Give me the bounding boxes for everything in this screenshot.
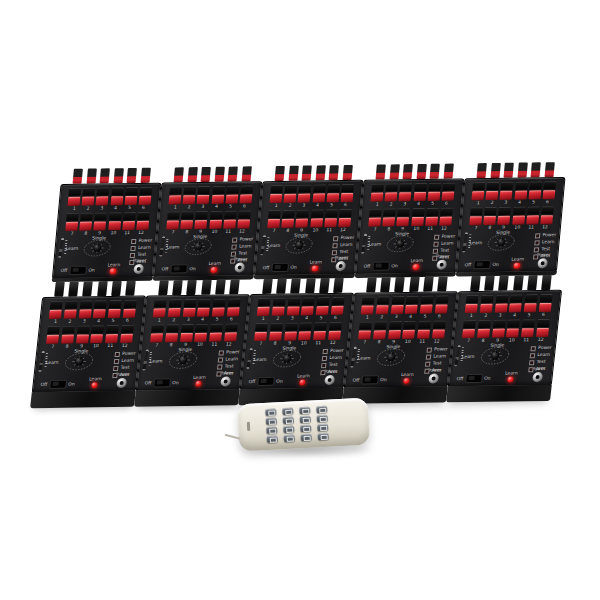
antenna <box>462 232 468 252</box>
front-panel: 1 2 3 4 5 6 7 8 9 10 11 12 <box>136 294 250 392</box>
status-led-block: Power Learn Test Arm <box>529 346 552 372</box>
terminal-clip <box>512 206 526 225</box>
led-learn: Learn <box>218 357 239 362</box>
dial-section: Single Learn Power Learn Test Arm <box>257 233 358 256</box>
front-panel: 1 2 3 4 5 6 7 8 9 10 11 12 <box>344 291 458 389</box>
terminal-clip-body <box>484 207 497 215</box>
led-label: Power <box>434 348 448 353</box>
learn-button-group: Learn <box>296 373 310 386</box>
led-indicator-icon <box>531 346 537 351</box>
terminal-clip-rear <box>68 282 79 297</box>
terminal-clip-body <box>302 297 315 305</box>
terminal-clip <box>209 210 223 229</box>
terminal-clip <box>358 320 372 339</box>
terminal-clip-body <box>440 208 453 216</box>
led-label: Test <box>432 362 441 367</box>
terminal-clip-rear <box>437 276 448 291</box>
terminal-clip-body <box>400 183 413 191</box>
status-led-block: Power Learn Test Arm <box>533 233 556 259</box>
terminal-clip-body <box>406 296 419 304</box>
terminal-clip-body <box>525 294 538 302</box>
terminal-clip <box>338 208 352 227</box>
terminal-row-1 <box>457 293 561 313</box>
led-test: Test <box>321 363 342 368</box>
dial-side-label: Learn <box>150 358 163 363</box>
terminal-clip-rear <box>443 164 453 179</box>
learn-button-label: Learn <box>89 376 102 381</box>
led-learn: Learn <box>333 243 354 248</box>
led-label: Test <box>541 248 550 253</box>
terminal-clip <box>180 210 194 229</box>
terminal-clip-body <box>507 319 520 327</box>
terminal-clip-lever <box>183 195 196 204</box>
power-jack <box>324 375 335 385</box>
terminal-clip-rear <box>172 280 183 295</box>
terminal-clip-rear <box>513 275 524 290</box>
led-indicator-icon <box>219 350 225 355</box>
terminal-clip-body <box>183 299 196 307</box>
status-led-block: Power Learn Test Arm <box>113 352 136 378</box>
led-label: Test <box>339 250 348 255</box>
terminal-clip-lever <box>269 194 282 203</box>
terminal-clip <box>168 298 182 317</box>
rear-terminal-strip <box>61 167 163 185</box>
learn-button <box>110 268 117 275</box>
led-test: Test <box>130 253 151 258</box>
led-indicator-icon <box>427 348 433 353</box>
mode-dial: Single Learn <box>67 236 128 259</box>
learn-button-label: Learn <box>505 370 518 375</box>
learn-button <box>211 267 218 274</box>
dial-section: Single Learn Power Learn Test Arm <box>243 346 347 370</box>
terminal-clip <box>108 211 122 230</box>
terminal-clip-rear <box>83 281 94 296</box>
terminal-clip-body <box>224 211 237 219</box>
terminal-clip <box>195 210 209 229</box>
terminal-clip-lever <box>298 194 311 203</box>
terminal-clip <box>361 295 375 314</box>
terminal-clip <box>462 319 476 338</box>
terminal-clip-lever <box>257 307 270 316</box>
terminal-clip-body <box>106 325 119 333</box>
terminal-clip-lever <box>212 307 225 316</box>
terminal-clip-body <box>282 210 295 218</box>
terminal-clip <box>227 297 241 316</box>
terminal-clip-lever <box>316 306 329 315</box>
terminal-clip-rear <box>470 276 481 291</box>
terminal-clip-rear <box>342 165 352 180</box>
led-indicator-icon <box>323 349 329 354</box>
terminal-clip-body <box>325 209 338 217</box>
led-indicator-icon <box>535 234 540 239</box>
firing-module: 1 2 3 4 5 6 7 8 9 10 11 12 <box>456 161 567 277</box>
power-jack <box>133 264 144 274</box>
terminal-clip <box>267 209 281 228</box>
dial-mode-label: Single <box>92 236 106 241</box>
terminal-clip-lever <box>313 331 326 340</box>
led-indicator-icon <box>533 255 538 260</box>
terminal-clip-lever <box>331 306 344 315</box>
terminal-clip <box>182 298 196 317</box>
dial-section: Single Learn Power Learn Test Arm <box>451 343 555 367</box>
terminal-clip-rear <box>228 167 238 182</box>
terminal-clip-lever <box>420 305 433 314</box>
terminal-clip-lever <box>197 195 210 204</box>
terminal-clip <box>298 184 312 203</box>
terminal-clip-lever <box>169 196 182 205</box>
terminal-clip-lever <box>96 197 109 206</box>
terminal-clip-rear <box>394 277 405 292</box>
led-label: Learn <box>239 245 252 250</box>
terminal-clip-lever <box>284 194 297 203</box>
terminal-clip <box>93 299 107 318</box>
terminal-row-2 <box>38 324 142 344</box>
terminal-clip <box>272 297 286 316</box>
terminal-clip-lever <box>500 191 513 200</box>
terminal-clip-rear <box>319 278 330 293</box>
terminal-clip-body <box>125 187 138 195</box>
terminal-clip-lever <box>494 304 507 313</box>
led-label: Test <box>224 365 233 370</box>
terminal-clip-rear <box>215 279 226 294</box>
terminal-clip <box>254 322 268 341</box>
terminal-clip-lever <box>528 191 541 200</box>
led-indicator-icon <box>114 359 120 364</box>
terminal-clip-body <box>92 325 105 333</box>
device-front-side <box>134 389 240 406</box>
led-label: Test <box>120 366 129 371</box>
terminal-clip-body <box>369 209 382 217</box>
terminal-clip-lever <box>272 307 285 316</box>
learn-button-label: Learn <box>208 260 221 265</box>
switch-off-label: Off <box>40 382 47 387</box>
led-indicator-icon <box>529 367 535 372</box>
terminal-clip-lever <box>209 333 222 342</box>
antenna <box>246 348 253 369</box>
learn-button-group: Learn <box>511 256 525 269</box>
terminal-clip-lever <box>82 197 95 206</box>
power-rocker-switch <box>473 260 491 269</box>
terminal-clip-body <box>268 210 281 218</box>
mode-dial: Single Learn <box>359 345 423 369</box>
terminal-clip-lever <box>373 330 386 339</box>
learn-button-label: Learn <box>410 258 423 263</box>
terminal-row-2 <box>142 322 246 342</box>
terminal-clip <box>373 320 387 339</box>
mode-dial: Single Learn <box>168 235 229 258</box>
terminal-clip-body <box>109 212 122 220</box>
led-indicator-icon <box>217 372 223 377</box>
terminal-clip <box>197 185 211 204</box>
terminal-clip <box>150 323 164 342</box>
rear-terminal-strip <box>162 165 264 183</box>
terminal-clip <box>540 205 554 224</box>
learn-button-group: Learn <box>309 259 323 272</box>
terminal-clip <box>469 206 483 225</box>
terminal-clip-body <box>240 186 253 194</box>
front-panel: 1 2 3 4 5 6 7 8 9 10 11 12 <box>254 180 364 277</box>
terminal-clip-body <box>403 321 416 329</box>
terminal-clip <box>211 185 225 204</box>
device-row-back: 1 2 3 4 5 6 7 8 9 10 11 12 <box>52 161 567 282</box>
front-panel: 1 2 3 4 5 6 7 8 9 10 11 12 <box>52 183 162 280</box>
terminal-clip-lever <box>296 219 309 228</box>
led-power: Power <box>434 235 455 240</box>
learn-button-group: Learn <box>107 262 121 275</box>
terminal-row-2 <box>259 208 360 228</box>
terminal-clip-lever <box>64 310 77 319</box>
remote-button <box>267 435 278 443</box>
terminal-clip-rear <box>187 280 198 295</box>
terminal-clip <box>331 296 345 315</box>
led-indicator-icon <box>131 246 136 251</box>
terminal-clip <box>542 180 556 199</box>
switch-off-label: Off <box>352 378 359 383</box>
terminal-clip-body <box>299 322 312 330</box>
terminal-clip-body <box>62 326 75 334</box>
led-label: Learn <box>542 241 555 246</box>
terminal-clip-body <box>198 299 211 307</box>
terminal-clip-rear <box>241 167 251 182</box>
terminal-clip-body <box>362 296 375 304</box>
terminal-clip-lever <box>506 328 519 337</box>
mode-dial: Single Learn <box>151 348 215 372</box>
antenna <box>350 347 357 368</box>
terminal-clip-body <box>181 211 194 219</box>
terminal-clip <box>120 324 134 343</box>
dial-mode-label: Single <box>282 345 296 350</box>
mode-dial: Single Learn <box>255 346 319 370</box>
led-test: Test <box>529 360 550 365</box>
rear-terminal-strip <box>146 277 252 295</box>
led-indicator-icon <box>230 259 235 264</box>
terminal-clip <box>536 318 550 337</box>
terminal-clip-lever <box>388 330 401 339</box>
front-panel: 1 2 3 4 5 6 7 8 9 10 11 12 <box>32 296 146 394</box>
terminal-clip <box>284 321 298 340</box>
terminal-clip-lever <box>61 335 74 344</box>
terminal-clip-body <box>95 213 108 221</box>
terminal-clip-lever <box>486 191 499 200</box>
led-indicator-icon <box>332 250 337 255</box>
device-row-front: 1 2 3 4 5 6 7 8 9 10 11 12 <box>30 273 564 408</box>
remote-button <box>301 434 312 442</box>
terminal-clip-lever <box>195 220 208 229</box>
terminal-clip <box>528 180 542 199</box>
terminal-clip-body <box>436 295 449 303</box>
remote-button <box>299 407 310 415</box>
terminal-clip <box>49 300 63 319</box>
terminal-clip <box>539 293 553 312</box>
terminal-clip <box>108 299 122 318</box>
terminal-clip-lever <box>514 191 527 200</box>
antenna <box>142 350 149 371</box>
power-jack <box>335 261 346 271</box>
terminal-clip-lever <box>477 329 490 338</box>
terminal-clip-body <box>154 299 167 307</box>
status-led-block: Power Learn Test Arm <box>217 350 240 376</box>
terminal-clip-lever <box>223 220 236 229</box>
terminal-clip-body <box>285 185 298 193</box>
terminal-clip <box>471 181 485 200</box>
dial-section: Single Learn Power Learn Test Arm <box>347 344 451 368</box>
dial-side-label: Learn <box>166 245 179 250</box>
terminal-clip <box>169 186 183 205</box>
led-label: Learn <box>441 242 454 247</box>
status-led-block: Power Learn Test Arm <box>230 238 253 264</box>
learn-button <box>195 380 202 387</box>
status-led-block: Power Learn Test Arm <box>129 239 152 265</box>
terminal-clip-body <box>68 188 81 196</box>
terminal-clip <box>370 183 384 202</box>
remote-button <box>300 416 311 424</box>
terminal-clip-body <box>463 320 476 328</box>
terminal-clip-lever <box>469 216 482 225</box>
switch-on-label: On <box>492 262 499 267</box>
terminal-clip-rear <box>288 166 298 181</box>
terminal-clip-body <box>543 181 556 189</box>
antenna <box>159 237 165 257</box>
terminal-clip-lever <box>123 309 136 318</box>
learn-button <box>299 379 306 386</box>
terminal-clip-rear <box>262 279 273 294</box>
terminal-clip-lever <box>368 218 381 227</box>
led-indicator-icon <box>534 248 539 253</box>
terminal-clip-body <box>391 296 404 304</box>
terminal-clip-lever <box>165 333 178 342</box>
terminal-row-1 <box>145 297 249 317</box>
terminal-clip-lever <box>166 221 179 230</box>
remote-button <box>316 406 327 414</box>
learn-button-group: Learn <box>504 370 518 383</box>
dial-side-label: Learn <box>462 354 475 359</box>
dial-mode-label: Single <box>74 348 88 353</box>
remote-button <box>317 433 328 441</box>
terminal-clip <box>269 184 283 203</box>
terminal-clip-lever <box>382 218 395 227</box>
terminal-clip-lever <box>108 221 121 230</box>
terminal-clip <box>514 181 528 200</box>
terminal-row-1 <box>463 180 564 200</box>
terminal-clip-body <box>97 188 110 196</box>
power-rocker-switch <box>170 264 188 273</box>
terminal-clip-body <box>501 182 514 190</box>
terminal-clip-rear <box>100 169 110 184</box>
terminal-clip <box>76 324 90 343</box>
terminal-clip <box>509 293 523 312</box>
terminal-clip-rear <box>403 164 413 179</box>
terminal-clip-lever <box>182 308 195 317</box>
led-power: Power <box>232 238 253 243</box>
terminal-clip <box>425 207 439 226</box>
terminal-clip-lever <box>49 310 62 319</box>
terminal-clip-rear <box>544 162 554 177</box>
led-indicator-icon <box>322 356 328 361</box>
switch-on-label: On <box>88 268 95 273</box>
terminal-clip <box>223 210 237 229</box>
terminal-clip-lever <box>90 334 103 343</box>
power-switch-group: Off On <box>161 264 196 273</box>
led-learn: Learn <box>322 356 343 361</box>
terminal-clip-body <box>311 210 324 218</box>
led-label: Learn <box>138 246 151 251</box>
terminal-clip <box>61 325 75 344</box>
terminal-row-1 <box>262 183 363 203</box>
terminal-clip-body <box>317 297 330 305</box>
power-rocker-switch <box>271 263 289 272</box>
terminal-clip-body <box>421 296 434 304</box>
status-led-block: Power Learn Test Arm <box>321 349 344 375</box>
led-indicator-icon <box>535 241 540 246</box>
learn-button <box>91 382 98 389</box>
led-indicator-icon <box>530 353 536 358</box>
terminal-clip <box>368 208 382 227</box>
led-indicator-icon <box>433 249 438 254</box>
terminal-clip-rear <box>201 280 212 295</box>
terminal-clip <box>435 294 449 313</box>
terminal-clip-lever <box>427 192 440 201</box>
terminal-clip <box>239 185 253 204</box>
firing-module: 1 2 3 4 5 6 7 8 9 10 11 12 <box>342 274 460 404</box>
firing-module: 1 2 3 4 5 6 7 8 9 10 11 12 <box>52 167 163 283</box>
terminal-clip-body <box>184 186 197 194</box>
power-switch-group: Off On <box>144 378 179 387</box>
led-test: Test <box>332 250 353 255</box>
terminal-clip-lever <box>150 333 163 342</box>
led-test: Test <box>113 366 134 371</box>
led-learn: Learn <box>434 242 455 247</box>
mode-dial: Single Learn <box>370 232 431 255</box>
remote-button <box>300 425 311 433</box>
terminal-clip <box>124 186 138 205</box>
terminal-clip-rear <box>504 163 514 178</box>
switch-off-label: Off <box>248 379 255 384</box>
led-label: Test <box>440 249 449 254</box>
led-label: Power <box>330 349 344 354</box>
switch-on-label: On <box>189 266 196 271</box>
terminal-clip <box>326 183 340 202</box>
dial-mode-label: Single <box>178 347 192 352</box>
terminal-clip <box>417 320 431 339</box>
terminal-clip-lever <box>65 222 78 231</box>
remote-button <box>266 417 277 425</box>
terminal-clip-rear <box>111 281 122 296</box>
switch-on-label: On <box>290 265 297 270</box>
status-led-block: Power Learn Test Arm <box>432 235 455 261</box>
terminal-clip-body <box>65 301 78 309</box>
learn-button <box>413 264 420 271</box>
led-label: Learn <box>225 358 238 363</box>
terminal-clip-lever <box>435 304 448 313</box>
terminal-clip-rear <box>490 163 500 178</box>
terminal-clip-lever <box>93 309 106 318</box>
terminal-clip-lever <box>417 330 430 339</box>
terminal-clip <box>105 324 119 343</box>
terminal-clip <box>524 293 538 312</box>
rear-terminal-strip <box>363 162 465 180</box>
terminal-clip <box>312 184 326 203</box>
terminal-clip-body <box>341 184 354 192</box>
terminal-clip-body <box>66 213 79 221</box>
front-panel: 1 2 3 4 5 6 7 8 9 10 11 12 <box>153 181 263 278</box>
firing-module: 1 2 3 4 5 6 7 8 9 10 11 12 <box>153 165 264 281</box>
terminal-clip <box>166 211 180 230</box>
dial-side-label: Learn <box>65 246 78 251</box>
terminal-clip-lever <box>480 304 493 313</box>
terminal-row-1 <box>249 296 353 316</box>
power-switch-group: Off On <box>363 262 398 271</box>
terminal-clip-body <box>466 295 479 303</box>
